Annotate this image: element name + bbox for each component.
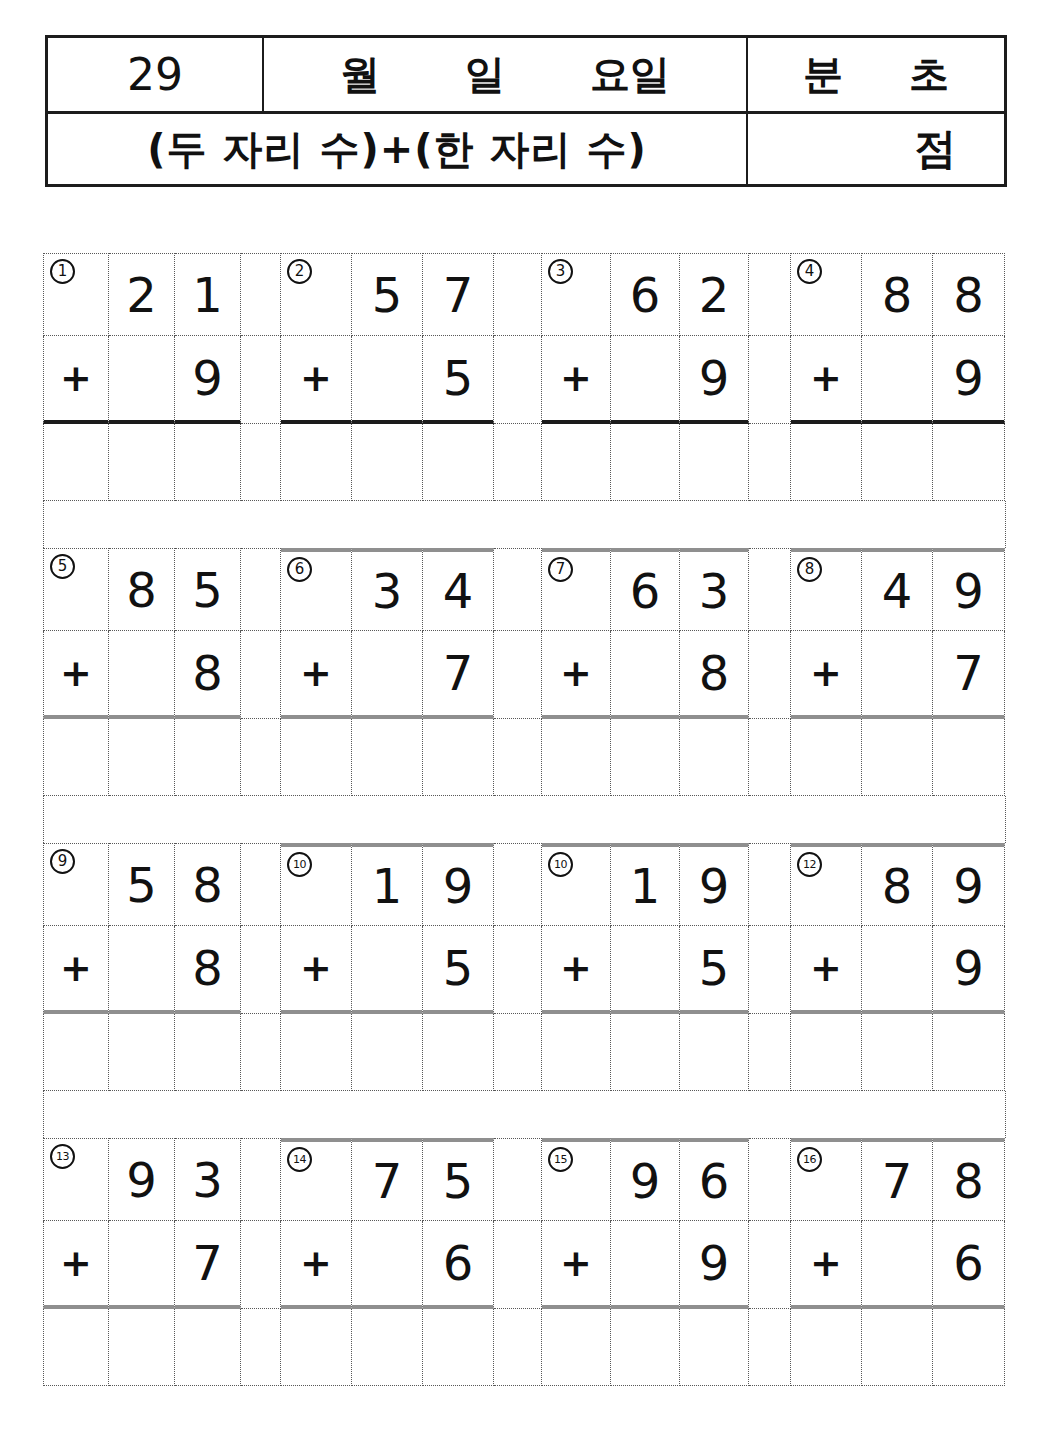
score-cell: 점 (748, 114, 1004, 184)
month-label: 월 (340, 47, 380, 102)
answer-cell (862, 424, 933, 501)
tens-digit: 9 (109, 1138, 175, 1221)
answer-cell (862, 719, 933, 796)
ones-digit: 3 (680, 548, 749, 631)
problem-number-badge: 9 (50, 849, 75, 874)
answer-cell (352, 719, 423, 796)
plus-sign: + (542, 336, 611, 424)
spacer-cell (494, 253, 542, 336)
empty-cell (352, 1221, 423, 1309)
ones-digit: 4 (423, 548, 494, 631)
empty-cell (611, 631, 680, 719)
addend-digit: 5 (423, 926, 494, 1014)
problem-label-cell: 9 (43, 843, 109, 926)
addend-digit: 9 (933, 926, 1005, 1014)
tens-digit: 1 (611, 843, 680, 926)
section-3: 9 5 8 10 1 9 10 1 9 12 8 9 + 8 + 5 + 5 (43, 843, 1006, 1091)
empty-cell (352, 336, 423, 424)
answer-cell (680, 719, 749, 796)
spacer-cell (749, 1221, 791, 1309)
problem-number-badge: 13 (50, 1144, 75, 1169)
empty-cell (611, 926, 680, 1014)
worksheet-title: (두 자리 수)+(한 자리 수) (48, 114, 748, 184)
spacer-cell (241, 424, 281, 501)
empty-cell (352, 926, 423, 1014)
spacer-cell (241, 1138, 281, 1221)
answer-cell (423, 719, 494, 796)
ones-digit: 8 (175, 843, 241, 926)
tens-digit: 4 (862, 548, 933, 631)
plus-sign: + (791, 631, 862, 719)
answer-cell (423, 1014, 494, 1091)
ones-digit: 9 (423, 843, 494, 926)
spacer-cell (749, 1138, 791, 1221)
spacer-cell (241, 843, 281, 926)
header-row-bottom: (두 자리 수)+(한 자리 수) 점 (48, 111, 1004, 184)
tens-digit: 1 (352, 843, 423, 926)
tens-digit: 6 (611, 548, 680, 631)
ones-digit: 1 (175, 253, 241, 336)
answer-cell (352, 1309, 423, 1386)
answer-cell (352, 1014, 423, 1091)
ones-digit: 9 (680, 843, 749, 926)
score-unit-label: 점 (914, 121, 956, 177)
answer-cell (542, 1014, 611, 1091)
spacer-cell (241, 1014, 281, 1091)
answer-cell (862, 1309, 933, 1386)
problem-label-cell: 10 (542, 843, 611, 926)
problem-label-cell: 4 (791, 253, 862, 336)
empty-cell (109, 1221, 175, 1309)
empty-cell (862, 336, 933, 424)
answer-cell (175, 424, 241, 501)
problem-number-badge: 14 (287, 1147, 312, 1172)
answer-cell (791, 1309, 862, 1386)
seconds-label: 초 (909, 47, 949, 102)
ones-digit: 5 (175, 548, 241, 631)
answer-cell (352, 424, 423, 501)
ones-digit: 3 (175, 1138, 241, 1221)
ones-digit: 6 (680, 1138, 749, 1221)
minutes-label: 분 (803, 47, 843, 102)
answer-cell (933, 1014, 1005, 1091)
addend-digit: 9 (680, 336, 749, 424)
problem-number-badge: 16 (797, 1147, 822, 1172)
spacer-cell (749, 1014, 791, 1091)
empty-cell (862, 1221, 933, 1309)
tens-digit: 8 (862, 843, 933, 926)
section-2: 5 8 5 6 3 4 7 6 3 8 4 9 + 8 + 7 + 8 (43, 548, 1006, 796)
day-label: 일 (465, 47, 505, 102)
addend-digit: 9 (680, 1221, 749, 1309)
answer-cell (43, 1309, 109, 1386)
problem-label-cell: 1 (43, 253, 109, 336)
problem-label-cell: 10 (281, 843, 352, 926)
section-gap (43, 1091, 1006, 1138)
answer-cell (281, 424, 352, 501)
empty-cell (862, 926, 933, 1014)
addend-digit: 6 (933, 1221, 1005, 1309)
time-cell: 분 초 (748, 38, 1004, 111)
answer-cell (175, 719, 241, 796)
plus-sign: + (542, 926, 611, 1014)
problem-label-cell: 15 (542, 1138, 611, 1221)
answer-cell (542, 1309, 611, 1386)
problem-number-badge: 4 (797, 259, 822, 284)
addend-digit: 9 (933, 336, 1005, 424)
plus-sign: + (281, 336, 352, 424)
answer-cell (542, 719, 611, 796)
addend-digit: 8 (680, 631, 749, 719)
header-row-top: 29 월 일 요일 분 초 (48, 38, 1004, 111)
empty-cell (611, 1221, 680, 1309)
plus-sign: + (43, 336, 109, 424)
problem-number-badge: 6 (287, 557, 312, 582)
ones-digit: 7 (423, 253, 494, 336)
problem-number-badge: 3 (548, 259, 573, 284)
section-gap (43, 796, 1006, 843)
problem-label-cell: 6 (281, 548, 352, 631)
addend-digit: 5 (423, 336, 494, 424)
answer-cell (933, 1309, 1005, 1386)
date-cell: 월 일 요일 (264, 38, 748, 111)
spacer-cell (749, 631, 791, 719)
problem-number-badge: 2 (287, 259, 312, 284)
tens-digit: 6 (611, 253, 680, 336)
spacer-cell (749, 336, 791, 424)
plus-sign: + (43, 1221, 109, 1309)
plus-sign: + (281, 1221, 352, 1309)
answer-cell (43, 424, 109, 501)
plus-sign: + (791, 336, 862, 424)
plus-sign: + (281, 631, 352, 719)
answer-cell (542, 424, 611, 501)
set-number-cell: 29 (48, 38, 264, 111)
empty-cell (109, 631, 175, 719)
addend-digit: 8 (175, 926, 241, 1014)
empty-cell (109, 336, 175, 424)
answer-cell (281, 1309, 352, 1386)
problem-number-badge: 5 (50, 554, 75, 579)
tens-digit: 2 (109, 253, 175, 336)
spacer-cell (241, 336, 281, 424)
answer-cell (43, 1014, 109, 1091)
section-4: 13 9 3 14 7 5 15 9 6 16 7 8 + 7 + 6 + 9 (43, 1138, 1006, 1386)
problem-number-badge: 10 (548, 852, 573, 877)
problem-number-badge: 8 (797, 557, 822, 582)
problem-number-badge: 12 (797, 852, 822, 877)
spacer-cell (494, 631, 542, 719)
spacer-cell (494, 1014, 542, 1091)
problem-label-cell: 2 (281, 253, 352, 336)
answer-cell (281, 719, 352, 796)
answer-cell (281, 1014, 352, 1091)
answer-cell (791, 719, 862, 796)
problem-label-cell: 16 (791, 1138, 862, 1221)
empty-cell (862, 631, 933, 719)
addend-digit: 9 (175, 336, 241, 424)
answer-cell (791, 424, 862, 501)
answer-cell (680, 1309, 749, 1386)
answer-cell (611, 1309, 680, 1386)
ones-digit: 5 (423, 1138, 494, 1221)
spacer-cell (494, 843, 542, 926)
plus-sign: + (281, 926, 352, 1014)
section-gap (43, 501, 1006, 548)
plus-sign: + (43, 631, 109, 719)
plus-sign: + (542, 1221, 611, 1309)
answer-cell (862, 1014, 933, 1091)
plus-sign: + (791, 1221, 862, 1309)
tens-digit: 7 (352, 1138, 423, 1221)
answer-cell (611, 424, 680, 501)
weekday-label: 요일 (590, 47, 670, 102)
answer-cell (423, 1309, 494, 1386)
spacer-cell (749, 719, 791, 796)
empty-cell (352, 631, 423, 719)
ones-digit: 9 (933, 843, 1005, 926)
answer-cell (175, 1309, 241, 1386)
problem-label-cell: 8 (791, 548, 862, 631)
worksheet-page: 29 월 일 요일 분 초 (두 자리 수)+(한 자리 수) 점 1 2 1 … (0, 0, 1047, 1429)
spacer-cell (494, 1221, 542, 1309)
problem-number-badge: 10 (287, 852, 312, 877)
plus-sign: + (542, 631, 611, 719)
problems-area: 1 2 1 2 5 7 3 6 2 4 8 8 + 9 + 5 + 9 (43, 253, 1006, 1386)
spacer-cell (494, 424, 542, 501)
answer-cell (791, 1014, 862, 1091)
problem-label-cell: 12 (791, 843, 862, 926)
answer-cell (423, 424, 494, 501)
problem-label-cell: 13 (43, 1138, 109, 1221)
spacer-cell (241, 926, 281, 1014)
tens-digit: 5 (352, 253, 423, 336)
spacer-cell (241, 631, 281, 719)
spacer-cell (494, 548, 542, 631)
section-1: 1 2 1 2 5 7 3 6 2 4 8 8 + 9 + 5 + 9 (43, 253, 1006, 501)
ones-digit: 9 (933, 548, 1005, 631)
ones-digit: 2 (680, 253, 749, 336)
ones-digit: 8 (933, 253, 1005, 336)
answer-cell (680, 424, 749, 501)
plus-sign: + (43, 926, 109, 1014)
problem-number-badge: 1 (50, 259, 75, 284)
tens-digit: 8 (862, 253, 933, 336)
problem-label-cell: 5 (43, 548, 109, 631)
spacer-cell (749, 253, 791, 336)
tens-digit: 5 (109, 843, 175, 926)
tens-digit: 3 (352, 548, 423, 631)
ones-digit: 8 (933, 1138, 1005, 1221)
spacer-cell (494, 1309, 542, 1386)
problem-number-badge: 15 (548, 1147, 573, 1172)
answer-cell (109, 1309, 175, 1386)
answer-cell (680, 1014, 749, 1091)
spacer-cell (494, 336, 542, 424)
problem-label-cell: 3 (542, 253, 611, 336)
addend-digit: 6 (423, 1221, 494, 1309)
problem-label-cell: 7 (542, 548, 611, 631)
tens-digit: 9 (611, 1138, 680, 1221)
spacer-cell (749, 1309, 791, 1386)
spacer-cell (749, 843, 791, 926)
answer-cell (109, 719, 175, 796)
answer-cell (43, 719, 109, 796)
spacer-cell (494, 926, 542, 1014)
problem-label-cell: 14 (281, 1138, 352, 1221)
spacer-cell (241, 1221, 281, 1309)
spacer-cell (241, 719, 281, 796)
header-table: 29 월 일 요일 분 초 (두 자리 수)+(한 자리 수) 점 (45, 35, 1007, 187)
addend-digit: 8 (175, 631, 241, 719)
addend-digit: 5 (680, 926, 749, 1014)
answer-cell (933, 719, 1005, 796)
answer-cell (611, 719, 680, 796)
addend-digit: 7 (423, 631, 494, 719)
spacer-cell (241, 548, 281, 631)
spacer-cell (241, 253, 281, 336)
spacer-cell (241, 1309, 281, 1386)
empty-cell (611, 336, 680, 424)
answer-cell (933, 424, 1005, 501)
empty-cell (109, 926, 175, 1014)
set-number: 29 (127, 49, 183, 100)
addend-digit: 7 (933, 631, 1005, 719)
spacer-cell (749, 548, 791, 631)
spacer-cell (749, 424, 791, 501)
answer-cell (109, 1014, 175, 1091)
tens-digit: 7 (862, 1138, 933, 1221)
spacer-cell (494, 719, 542, 796)
problem-number-badge: 7 (548, 557, 573, 582)
addend-digit: 7 (175, 1221, 241, 1309)
spacer-cell (494, 1138, 542, 1221)
plus-sign: + (791, 926, 862, 1014)
answer-cell (611, 1014, 680, 1091)
answer-cell (175, 1014, 241, 1091)
answer-cell (109, 424, 175, 501)
spacer-cell (749, 926, 791, 1014)
tens-digit: 8 (109, 548, 175, 631)
